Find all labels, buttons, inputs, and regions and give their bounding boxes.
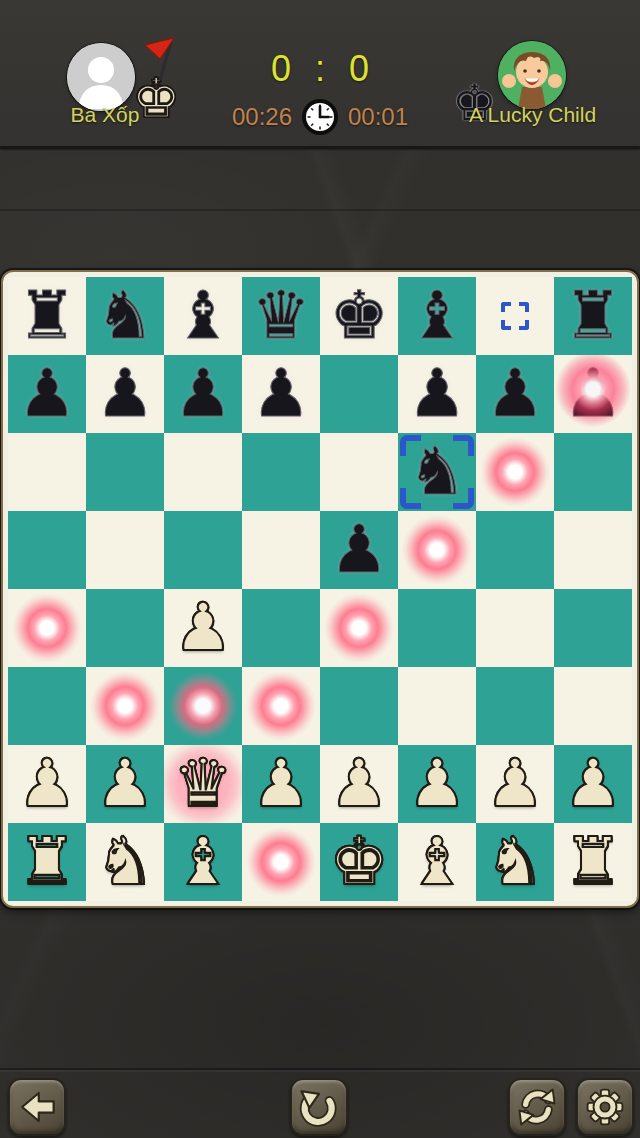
white-pawn: ♟ (86, 745, 164, 823)
square-b4[interactable] (86, 589, 164, 667)
square-d6[interactable] (242, 433, 320, 511)
square-b3[interactable] (86, 667, 164, 745)
square-h2[interactable]: ♟ (554, 745, 632, 823)
legal-move-dot[interactable] (8, 589, 86, 667)
square-c2[interactable]: ♛ (164, 745, 242, 823)
origin-marker-corner (501, 320, 511, 330)
capture-target-glow[interactable] (554, 355, 632, 433)
white-pawn: ♟ (554, 745, 632, 823)
square-f5[interactable] (398, 511, 476, 589)
black-rook: ♜ (8, 277, 86, 355)
selection-bracket-corner (400, 488, 421, 509)
square-a3[interactable] (8, 667, 86, 745)
square-f8[interactable]: ♝ (398, 277, 476, 355)
clock-icon (301, 98, 339, 136)
black-pawn: ♟ (320, 511, 398, 589)
white-pawn: ♟ (476, 745, 554, 823)
back-arrow-icon (16, 1086, 58, 1128)
white-queen: ♛ (164, 745, 242, 823)
back-button[interactable] (8, 1078, 66, 1136)
square-g3[interactable] (476, 667, 554, 745)
square-c7[interactable]: ♟ (164, 355, 242, 433)
undo-icon (298, 1086, 340, 1128)
square-h6[interactable] (554, 433, 632, 511)
square-h7[interactable]: ♟ (554, 355, 632, 433)
right-player-name: A Lucky Child (440, 103, 625, 127)
square-b5[interactable] (86, 511, 164, 589)
square-d7[interactable]: ♟ (242, 355, 320, 433)
selection-bracket-corner (400, 435, 421, 456)
black-pawn: ♟ (164, 355, 242, 433)
chess-app-screen: ♚ Ba Xốp 0 : 0 00:26 00:01 ♚ (0, 0, 640, 1138)
score-separator: : (315, 48, 325, 90)
undo-button[interactable] (290, 1078, 348, 1136)
square-g7[interactable]: ♟ (476, 355, 554, 433)
black-bishop: ♝ (164, 277, 242, 355)
legal-move-dot[interactable] (242, 823, 320, 901)
square-h4[interactable] (554, 589, 632, 667)
black-pawn: ♟ (86, 355, 164, 433)
square-h5[interactable] (554, 511, 632, 589)
right-player-avatar[interactable] (498, 41, 566, 109)
square-a7[interactable]: ♟ (8, 355, 86, 433)
square-c5[interactable] (164, 511, 242, 589)
square-e4[interactable] (320, 589, 398, 667)
square-c1[interactable]: ♝ (164, 823, 242, 901)
square-c4[interactable]: ♟ (164, 589, 242, 667)
square-d8[interactable]: ♛ (242, 277, 320, 355)
square-b6[interactable] (86, 433, 164, 511)
black-rook: ♜ (554, 277, 632, 355)
legal-move-dot[interactable] (164, 667, 242, 745)
move-origin-marker (501, 302, 529, 330)
square-g1[interactable]: ♞ (476, 823, 554, 901)
square-a4[interactable] (8, 589, 86, 667)
white-rook: ♜ (554, 823, 632, 901)
square-e6[interactable] (320, 433, 398, 511)
square-f3[interactable] (398, 667, 476, 745)
square-e7[interactable] (320, 355, 398, 433)
child-avatar-icon (498, 41, 566, 109)
square-g4[interactable] (476, 589, 554, 667)
legal-move-dot[interactable] (476, 433, 554, 511)
score-left: 0 (271, 48, 291, 90)
black-pawn: ♟ (398, 355, 476, 433)
square-a6[interactable] (8, 433, 86, 511)
square-f7[interactable]: ♟ (398, 355, 476, 433)
white-bishop: ♝ (164, 823, 242, 901)
right-player-timer: 00:01 (348, 103, 408, 131)
gear-icon (583, 1085, 627, 1129)
square-d2[interactable]: ♟ (242, 745, 320, 823)
square-e8[interactable]: ♚ (320, 277, 398, 355)
selection-bracket-corner (453, 488, 474, 509)
black-queen: ♛ (242, 277, 320, 355)
white-bishop: ♝ (398, 823, 476, 901)
square-f6[interactable]: ♞ (398, 433, 476, 511)
legal-move-dot[interactable] (398, 511, 476, 589)
square-a1[interactable]: ♜ (8, 823, 86, 901)
white-pawn: ♟ (164, 589, 242, 667)
white-pawn: ♟ (8, 745, 86, 823)
square-e1[interactable]: ♚ (320, 823, 398, 901)
white-pawn: ♟ (242, 745, 320, 823)
square-b1[interactable]: ♞ (86, 823, 164, 901)
white-knight: ♞ (86, 823, 164, 901)
square-a8[interactable]: ♜ (8, 277, 86, 355)
square-d3[interactable] (242, 667, 320, 745)
chess-board-frame: ♜♞♝♛♚♝♜♟♟♟♟♟♟♟♞♟♟♟♟♛♟♟♟♟♟♜♞♝♚♝♞♜ (1, 270, 639, 908)
square-e3[interactable] (320, 667, 398, 745)
square-e2[interactable]: ♟ (320, 745, 398, 823)
board-grid: ♜♞♝♛♚♝♜♟♟♟♟♟♟♟♞♟♟♟♟♛♟♟♟♟♟♜♞♝♚♝♞♜ (8, 277, 632, 901)
red-flag-icon (138, 36, 182, 88)
refresh-button[interactable] (508, 1078, 566, 1136)
black-pawn: ♟ (8, 355, 86, 433)
square-d5[interactable] (242, 511, 320, 589)
square-f2[interactable]: ♟ (398, 745, 476, 823)
white-pawn: ♟ (320, 745, 398, 823)
square-h1[interactable]: ♜ (554, 823, 632, 901)
selection-bracket-corner (453, 435, 474, 456)
square-d1[interactable] (242, 823, 320, 901)
background-seam (0, 209, 640, 211)
square-a5[interactable] (8, 511, 86, 589)
origin-marker-corner (501, 302, 511, 312)
score-right: 0 (349, 48, 369, 90)
square-a2[interactable]: ♟ (8, 745, 86, 823)
black-pawn: ♟ (242, 355, 320, 433)
square-f1[interactable]: ♝ (398, 823, 476, 901)
square-b7[interactable]: ♟ (86, 355, 164, 433)
header-divider (0, 146, 640, 149)
white-rook: ♜ (8, 823, 86, 901)
square-g5[interactable] (476, 511, 554, 589)
toolbar-seam (0, 1068, 640, 1070)
black-king: ♚ (320, 277, 398, 355)
left-player-timer: 00:26 (232, 103, 292, 131)
legal-move-dot[interactable] (320, 589, 398, 667)
square-b8[interactable]: ♞ (86, 277, 164, 355)
origin-marker-corner (519, 320, 529, 330)
square-h8[interactable]: ♜ (554, 277, 632, 355)
square-c8[interactable]: ♝ (164, 277, 242, 355)
settings-button[interactable] (576, 1078, 634, 1136)
legal-move-dot[interactable] (86, 667, 164, 745)
square-h3[interactable] (554, 667, 632, 745)
square-e5[interactable]: ♟ (320, 511, 398, 589)
origin-marker-corner (519, 302, 529, 312)
white-pawn: ♟ (398, 745, 476, 823)
square-g2[interactable]: ♟ (476, 745, 554, 823)
square-f4[interactable] (398, 589, 476, 667)
black-pawn: ♟ (476, 355, 554, 433)
white-knight: ♞ (476, 823, 554, 901)
refresh-icon (516, 1086, 558, 1128)
square-g6[interactable] (476, 433, 554, 511)
square-b2[interactable]: ♟ (86, 745, 164, 823)
black-knight: ♞ (86, 277, 164, 355)
legal-move-dot[interactable] (242, 667, 320, 745)
black-bishop: ♝ (398, 277, 476, 355)
square-c3[interactable] (164, 667, 242, 745)
square-c6[interactable] (164, 433, 242, 511)
square-g8[interactable] (476, 277, 554, 355)
white-king: ♚ (320, 823, 398, 901)
square-d4[interactable] (242, 589, 320, 667)
